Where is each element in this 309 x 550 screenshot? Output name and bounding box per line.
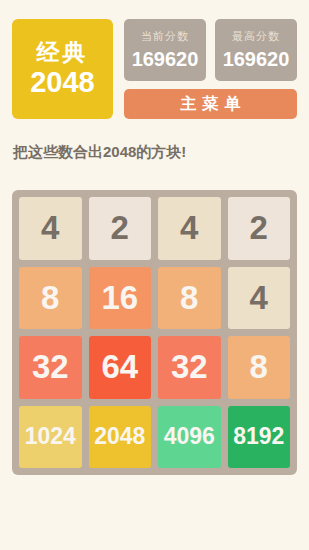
tile-4: 4 bbox=[19, 197, 82, 260]
tile-8192: 8192 bbox=[228, 406, 291, 469]
logo-number: 2048 bbox=[30, 66, 95, 99]
tile-4: 4 bbox=[228, 267, 291, 330]
current-score-box: 当前分数 169620 bbox=[124, 19, 206, 81]
tile-64: 64 bbox=[89, 336, 152, 399]
game-logo: 经典 2048 bbox=[12, 19, 113, 119]
tile-32: 32 bbox=[19, 336, 82, 399]
current-score-label: 当前分数 bbox=[141, 29, 189, 44]
tile-4: 4 bbox=[158, 197, 221, 260]
tile-32: 32 bbox=[158, 336, 221, 399]
best-score-value: 169620 bbox=[223, 48, 290, 71]
game-instructions: 把这些数合出2048的方块! bbox=[13, 143, 303, 162]
tile-16: 16 bbox=[89, 267, 152, 330]
best-score-label: 最高分数 bbox=[232, 29, 280, 44]
tile-4096: 4096 bbox=[158, 406, 221, 469]
current-score-value: 169620 bbox=[132, 48, 199, 71]
game-board[interactable]: 42428168432643281024204840968192 bbox=[12, 190, 297, 475]
tile-2: 2 bbox=[228, 197, 291, 260]
tile-8: 8 bbox=[19, 267, 82, 330]
app-screen: 经典 2048 当前分数 169620 最高分数 169620 主菜单 把这些数… bbox=[0, 0, 309, 550]
main-menu-button[interactable]: 主菜单 bbox=[124, 89, 297, 119]
best-score-box: 最高分数 169620 bbox=[215, 19, 297, 81]
tile-1024: 1024 bbox=[19, 406, 82, 469]
tile-2: 2 bbox=[89, 197, 152, 260]
tile-8: 8 bbox=[158, 267, 221, 330]
tile-8: 8 bbox=[228, 336, 291, 399]
tile-2048: 2048 bbox=[89, 406, 152, 469]
logo-title: 经典 bbox=[37, 39, 89, 67]
